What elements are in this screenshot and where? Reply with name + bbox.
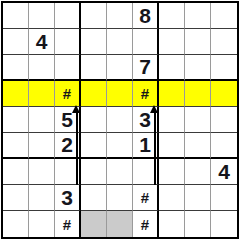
cell-r9c9[interactable] bbox=[211, 211, 237, 237]
cell-value: 5 bbox=[61, 109, 73, 131]
cell-r6c8[interactable] bbox=[185, 133, 211, 159]
cell-r9c3[interactable]: # bbox=[55, 211, 81, 237]
cell-value: 3 bbox=[139, 109, 151, 131]
cell-r4c8[interactable] bbox=[185, 81, 211, 107]
cell-r3c8[interactable] bbox=[185, 55, 211, 81]
cell-r6c7[interactable] bbox=[159, 133, 185, 159]
cell-r5c4[interactable] bbox=[81, 107, 107, 133]
cell-r1c2[interactable] bbox=[29, 3, 55, 29]
cell-r8c2[interactable] bbox=[29, 185, 55, 211]
cell-r6c4[interactable] bbox=[81, 133, 107, 159]
cell-r8c8[interactable] bbox=[185, 185, 211, 211]
cell-r6c6[interactable]: 1 bbox=[133, 133, 159, 159]
cell-value: # bbox=[63, 86, 71, 101]
cell-r2c4[interactable] bbox=[81, 29, 107, 55]
cell-r5c1[interactable] bbox=[3, 107, 29, 133]
cell-r7c5[interactable] bbox=[107, 159, 133, 185]
cell-r8c5[interactable] bbox=[107, 185, 133, 211]
cell-r9c8[interactable] bbox=[185, 211, 211, 237]
cell-r2c7[interactable] bbox=[159, 29, 185, 55]
cell-r7c8[interactable] bbox=[185, 159, 211, 185]
cell-value: # bbox=[141, 217, 149, 232]
cell-value: 3 bbox=[61, 187, 73, 209]
cell-r5c8[interactable] bbox=[185, 107, 211, 133]
cell-r7c4[interactable] bbox=[81, 159, 107, 185]
cell-r4c1[interactable] bbox=[3, 81, 29, 107]
cell-r1c3[interactable] bbox=[55, 3, 81, 29]
cell-r1c8[interactable] bbox=[185, 3, 211, 29]
cell-r7c9[interactable]: 4 bbox=[211, 159, 237, 185]
cell-r1c9[interactable] bbox=[211, 3, 237, 29]
cell-r6c9[interactable] bbox=[211, 133, 237, 159]
cell-value: # bbox=[141, 190, 149, 205]
cell-r5c2[interactable] bbox=[29, 107, 55, 133]
cell-value: # bbox=[63, 217, 71, 232]
cell-r7c6[interactable] bbox=[133, 159, 159, 185]
sudoku-board: 847##532143### bbox=[0, 0, 240, 240]
cell-r1c4[interactable] bbox=[81, 3, 107, 29]
cell-r5c3[interactable]: 5 bbox=[55, 107, 81, 133]
cell-r6c2[interactable] bbox=[29, 133, 55, 159]
cell-r7c3[interactable] bbox=[55, 159, 81, 185]
cell-r1c7[interactable] bbox=[159, 3, 185, 29]
cell-r4c9[interactable] bbox=[211, 81, 237, 107]
cell-r8c3[interactable]: 3 bbox=[55, 185, 81, 211]
cell-value: 4 bbox=[218, 161, 230, 183]
cell-r3c1[interactable] bbox=[3, 55, 29, 81]
cell-r8c9[interactable] bbox=[211, 185, 237, 211]
cell-value: 2 bbox=[61, 134, 73, 156]
cell-value: 1 bbox=[139, 134, 151, 156]
cell-r4c4[interactable] bbox=[81, 81, 107, 107]
cell-r9c7[interactable] bbox=[159, 211, 185, 237]
cell-r3c4[interactable] bbox=[81, 55, 107, 81]
cell-r3c2[interactable] bbox=[29, 55, 55, 81]
cell-r4c7[interactable] bbox=[159, 81, 185, 107]
cell-r4c6[interactable]: # bbox=[133, 81, 159, 107]
cell-r4c2[interactable] bbox=[29, 81, 55, 107]
cell-r2c1[interactable] bbox=[3, 29, 29, 55]
cell-r1c6[interactable]: 8 bbox=[133, 3, 159, 29]
cell-r2c3[interactable] bbox=[55, 29, 81, 55]
cell-r1c1[interactable] bbox=[3, 3, 29, 29]
cell-r3c5[interactable] bbox=[107, 55, 133, 81]
cell-r2c8[interactable] bbox=[185, 29, 211, 55]
cell-r9c5[interactable] bbox=[107, 211, 133, 237]
cell-value: 4 bbox=[36, 31, 48, 53]
cell-r8c7[interactable] bbox=[159, 185, 185, 211]
cell-r9c6[interactable]: # bbox=[133, 211, 159, 237]
cell-r1c5[interactable] bbox=[107, 3, 133, 29]
cell-r3c3[interactable] bbox=[55, 55, 81, 81]
cell-r8c4[interactable] bbox=[81, 185, 107, 211]
cell-r5c5[interactable] bbox=[107, 107, 133, 133]
cell-r9c1[interactable] bbox=[3, 211, 29, 237]
cell-r8c6[interactable]: # bbox=[133, 185, 159, 211]
cell-r2c5[interactable] bbox=[107, 29, 133, 55]
cell-r8c1[interactable] bbox=[3, 185, 29, 211]
cell-r2c2[interactable]: 4 bbox=[29, 29, 55, 55]
cell-r3c7[interactable] bbox=[159, 55, 185, 81]
cell-r5c9[interactable] bbox=[211, 107, 237, 133]
sudoku-grid: 847##532143### bbox=[1, 1, 239, 239]
cell-r7c7[interactable] bbox=[159, 159, 185, 185]
cell-value: 8 bbox=[139, 5, 151, 27]
cell-value: 7 bbox=[139, 56, 151, 78]
cell-r5c7[interactable] bbox=[159, 107, 185, 133]
cell-value: # bbox=[141, 86, 149, 101]
cell-r6c5[interactable] bbox=[107, 133, 133, 159]
cell-r5c6[interactable]: 3 bbox=[133, 107, 159, 133]
cell-r3c9[interactable] bbox=[211, 55, 237, 81]
cell-r4c3[interactable]: # bbox=[55, 81, 81, 107]
cell-r2c6[interactable] bbox=[133, 29, 159, 55]
cell-r3c6[interactable]: 7 bbox=[133, 55, 159, 81]
cell-r7c1[interactable] bbox=[3, 159, 29, 185]
cell-r6c3[interactable]: 2 bbox=[55, 133, 81, 159]
cell-r9c2[interactable] bbox=[29, 211, 55, 237]
cell-r9c4[interactable] bbox=[81, 211, 107, 237]
cell-r4c5[interactable] bbox=[107, 81, 133, 107]
cell-r7c2[interactable] bbox=[29, 159, 55, 185]
cell-r6c1[interactable] bbox=[3, 133, 29, 159]
cell-r2c9[interactable] bbox=[211, 29, 237, 55]
